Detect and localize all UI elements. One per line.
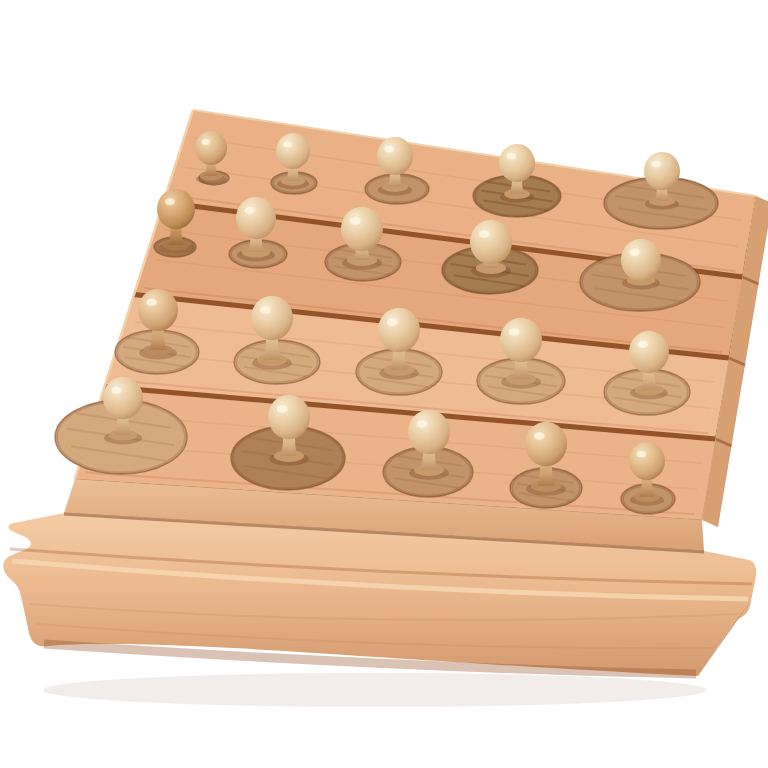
knob-ball [341,207,383,252]
cylinder-r2c4[interactable] [470,220,512,278]
knob-highlight [652,161,661,167]
knob-ball [499,144,535,182]
cylinder-r4c1[interactable] [103,377,143,445]
ground-shadow [43,673,707,707]
cylinder-r1c1[interactable] [195,131,227,184]
cylinder-r1c5[interactable] [644,152,680,210]
product-photo-stage: Montessori knobbed cylinder blocks — fou… [0,0,768,768]
knob-ball [268,395,310,440]
knob-ball [276,133,310,169]
knob-ball [408,410,450,455]
knob-highlight [165,198,175,205]
knob-highlight [260,306,271,314]
knob-highlight [146,299,156,306]
cylinder-r4c4[interactable] [525,422,567,496]
knob-highlight [350,217,361,225]
knob-ball [157,189,195,229]
cylinder-r3c2[interactable] [251,296,293,370]
cylinder-r4c3[interactable] [408,410,450,480]
knob-ball [629,331,669,373]
cylinder-r2c2[interactable] [236,197,276,262]
knob-highlight [637,341,647,348]
knob-highlight [509,328,520,336]
knob-highlight [202,139,210,145]
knob-ball [644,152,680,190]
knob-ball [470,220,512,265]
knob-highlight [417,420,428,428]
cylinder-blocks-board: Montessori knobbed cylinder blocks — fou… [0,0,768,768]
knob-highlight [507,153,516,159]
knob-highlight [534,432,545,440]
cylinder-r1c2[interactable] [276,133,310,189]
cylinder-r3c3[interactable] [378,308,420,380]
knob-highlight [629,249,639,256]
knob-ball [621,239,661,281]
knob-highlight [479,230,490,238]
knob-highlight [387,318,398,326]
knob-highlight [637,451,646,457]
cylinder-r4c2[interactable] [268,395,310,466]
cylinder-r1c4[interactable] [499,144,535,203]
knob-ball [195,131,227,165]
knob-ball [629,442,665,480]
cylinder-r2c5[interactable] [621,239,661,290]
knob-ball [500,318,542,363]
cast-shadow [43,673,707,707]
knob-ball [251,296,293,341]
cylinder-r2c1[interactable] [157,189,195,254]
knob-ball [138,289,178,331]
cylinder-r4c5[interactable] [629,442,665,506]
knob-ball [377,137,413,175]
knob-highlight [385,146,394,152]
knob-ball [236,197,276,239]
cylinder-r3c1[interactable] [138,289,178,360]
knob-ball [103,377,143,419]
knob-highlight [111,387,121,394]
knob-highlight [277,405,288,413]
cylinder-r2c3[interactable] [341,207,383,270]
knob-highlight [244,207,254,214]
cylinder-r3c5[interactable] [629,331,669,400]
knob-highlight [283,141,292,147]
knob-ball [378,308,420,353]
knob-ball [525,422,567,467]
cylinder-r3c4[interactable] [500,318,542,389]
cylinder-r1c3[interactable] [377,137,413,196]
